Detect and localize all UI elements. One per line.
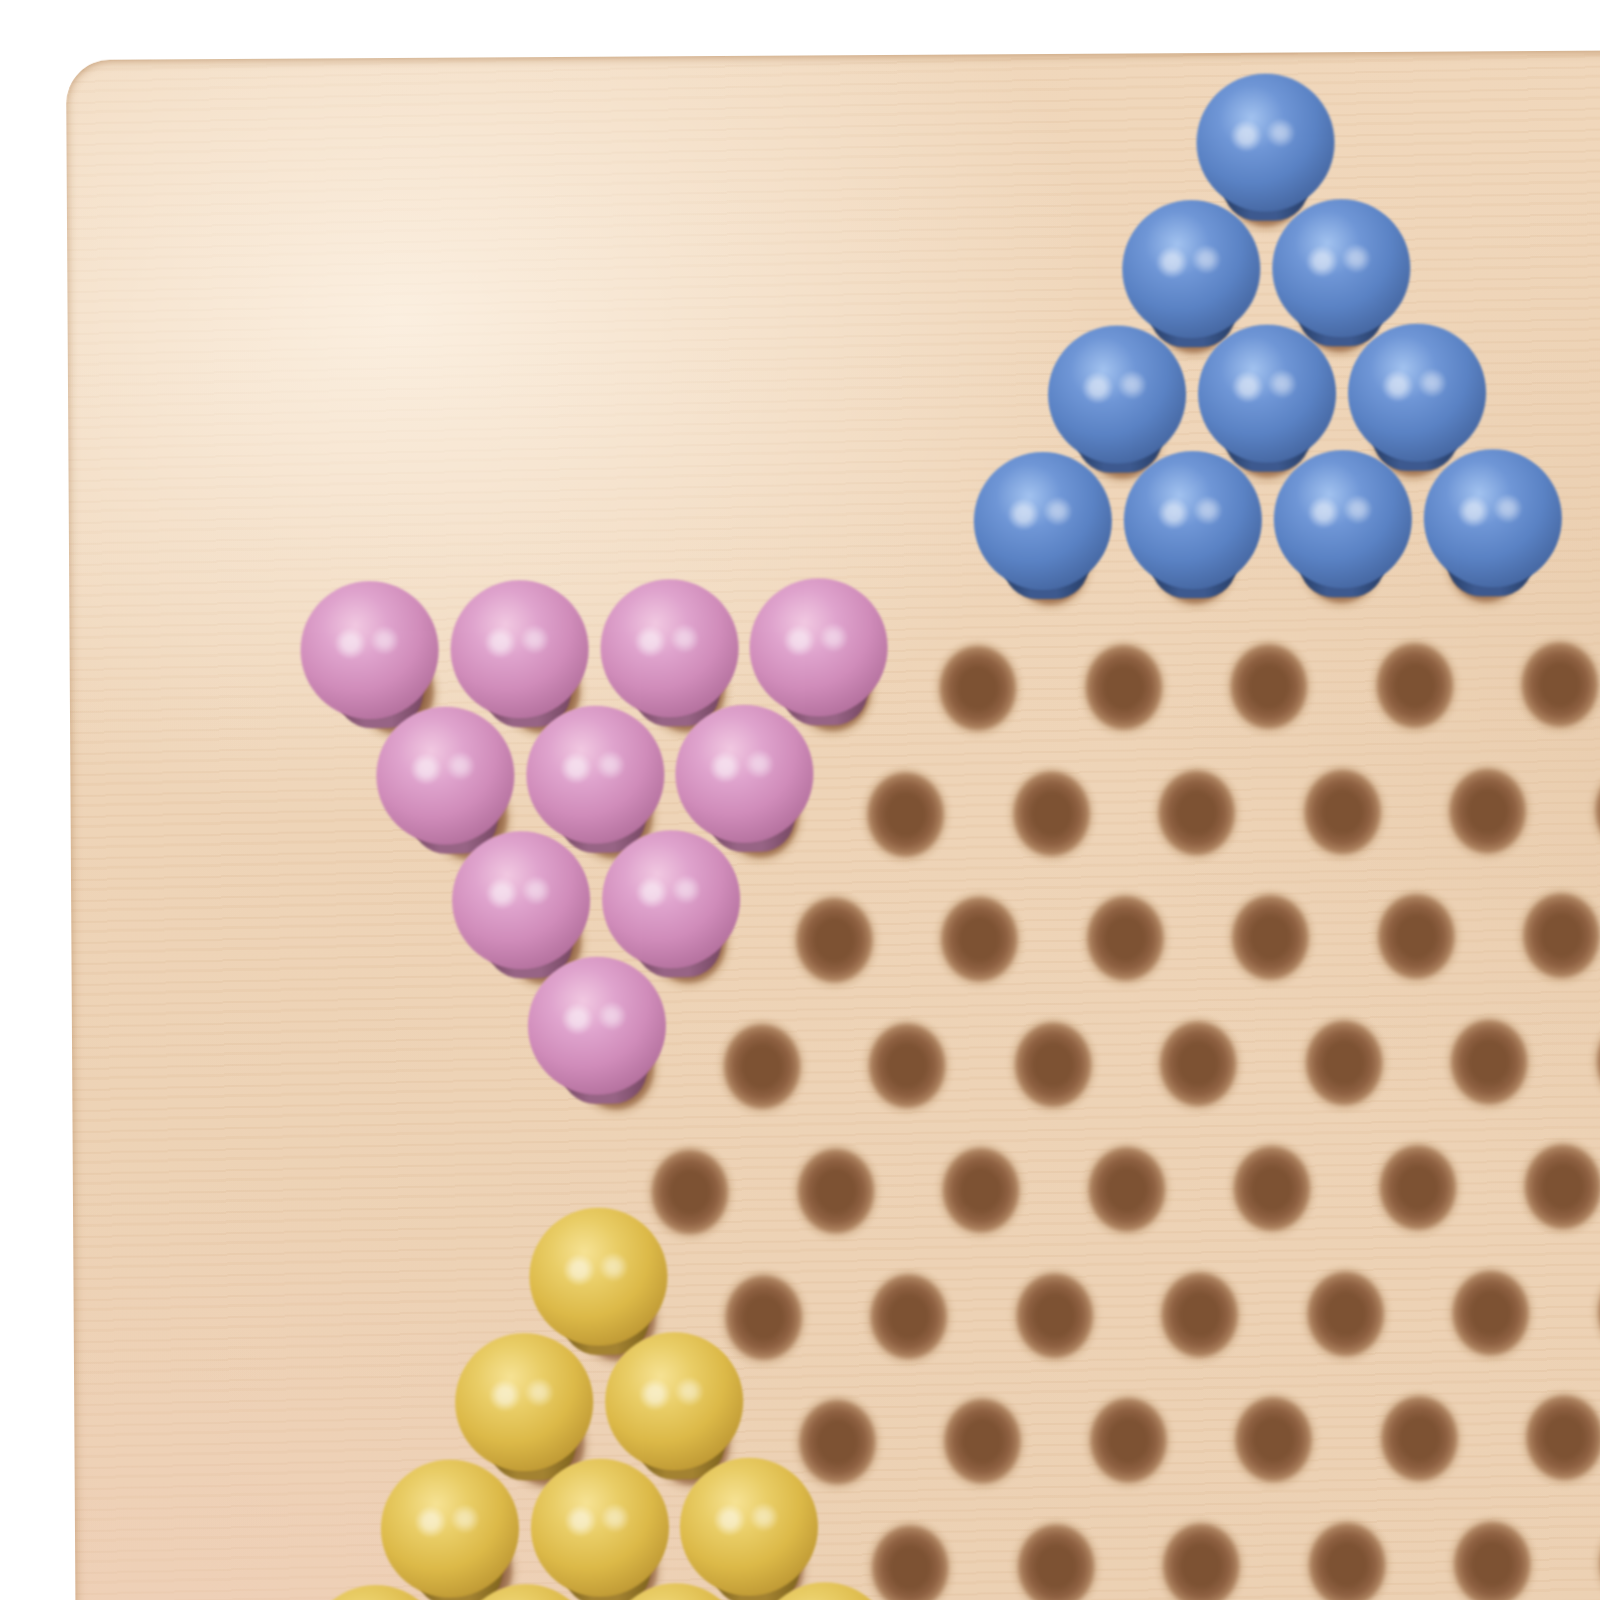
board-hole[interactable] (1077, 889, 1174, 996)
board-hole[interactable] (1149, 763, 1246, 870)
board-hole[interactable] (1441, 1013, 1538, 1120)
board-hole[interactable] (1587, 1012, 1600, 1119)
peg-head (974, 451, 1113, 590)
chinese-checkers-board (66, 46, 1600, 1600)
board-hole[interactable] (931, 890, 1028, 997)
board-hole[interactable] (1221, 637, 1318, 744)
board-hole[interactable] (1222, 888, 1319, 995)
peg-head (451, 831, 590, 970)
board-hole[interactable] (714, 1017, 811, 1124)
board-hole[interactable] (1369, 1138, 1466, 1245)
board-hole[interactable] (1590, 1514, 1600, 1600)
board-hole[interactable] (1440, 762, 1537, 869)
board-hole[interactable] (1371, 1389, 1468, 1496)
peg-head (1198, 324, 1337, 463)
peg-head (450, 580, 589, 719)
board-hole[interactable] (1444, 1515, 1541, 1600)
peg-head (675, 704, 814, 843)
board-hole[interactable] (1006, 1266, 1103, 1373)
photo-backdrop (0, 0, 1600, 1600)
peg-head (1348, 323, 1487, 462)
board-hole[interactable] (1296, 1013, 1393, 1120)
board-hole[interactable] (642, 1143, 739, 1250)
board-hole[interactable] (1299, 1515, 1396, 1600)
board-hole[interactable] (1153, 1516, 1250, 1600)
peg-head (529, 1207, 668, 1346)
board-hole[interactable] (1516, 1389, 1600, 1496)
peg-head (454, 1333, 593, 1472)
board-hole[interactable] (1078, 1140, 1175, 1247)
board-hole[interactable] (1443, 1264, 1540, 1371)
board-hole[interactable] (1294, 762, 1391, 869)
peg-head (530, 1458, 669, 1597)
peg-head (601, 830, 740, 969)
board-hole[interactable] (1152, 1265, 1249, 1372)
board-hole[interactable] (1515, 1138, 1600, 1245)
peg-head (380, 1459, 519, 1598)
board-hole[interactable] (1297, 1264, 1394, 1371)
board-hole[interactable] (859, 1016, 956, 1123)
board-hole[interactable] (1585, 761, 1600, 868)
peg-head (1272, 198, 1411, 337)
board-hole[interactable] (934, 1392, 1031, 1499)
board-hole[interactable] (1003, 764, 1100, 871)
peg-head (750, 578, 889, 717)
peg-head (604, 1332, 743, 1471)
board-hole[interactable] (1225, 1390, 1322, 1497)
peg-head (600, 579, 739, 718)
board-hole[interactable] (1366, 636, 1463, 743)
board-hole[interactable] (1224, 1139, 1321, 1246)
peg-head (300, 581, 439, 720)
board-hole[interactable] (787, 1142, 884, 1249)
board-hole[interactable] (1150, 1014, 1247, 1121)
board-hole[interactable] (1368, 887, 1465, 994)
peg-head (1122, 199, 1261, 338)
peg-head (1423, 448, 1562, 587)
peg-head (1196, 73, 1335, 212)
peg-head (1123, 450, 1262, 589)
board-hole[interactable] (1512, 636, 1600, 743)
board-hole[interactable] (786, 891, 883, 998)
peg-head (1273, 449, 1412, 588)
board-hole[interactable] (933, 1141, 1030, 1248)
peg-head (1048, 325, 1187, 464)
board-hole[interactable] (1005, 1015, 1102, 1122)
board-hole[interactable] (1075, 638, 1172, 745)
board-hole[interactable] (930, 639, 1027, 746)
board-hole[interactable] (1080, 1391, 1177, 1498)
peg-head (527, 956, 666, 1095)
board-hole[interactable] (715, 1268, 812, 1375)
peg-head (376, 706, 515, 845)
peg-head (680, 1457, 819, 1596)
peg-head (526, 705, 665, 844)
board-hole[interactable] (858, 765, 955, 872)
board-hole[interactable] (1008, 1517, 1105, 1600)
board-hole[interactable] (861, 1267, 958, 1374)
board-hole[interactable] (1513, 887, 1600, 994)
board-hole[interactable] (862, 1518, 959, 1600)
board-hole[interactable] (1588, 1263, 1600, 1370)
